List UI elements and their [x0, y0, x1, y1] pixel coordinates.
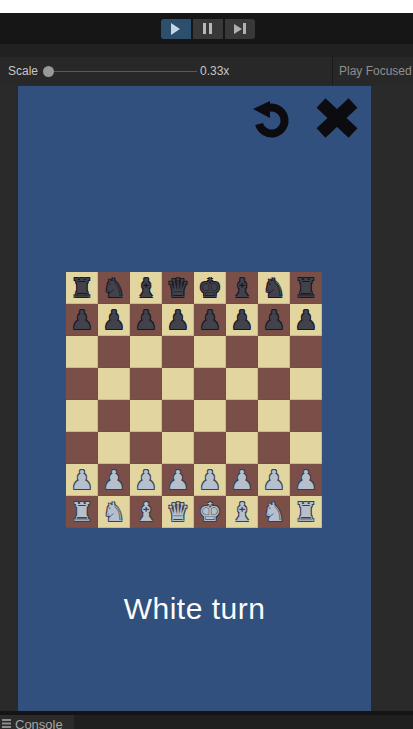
black-rook: ♜	[294, 272, 317, 304]
play-focused-dropdown[interactable]: Play Focused	[339, 64, 412, 78]
black-pawn: ♟	[166, 304, 189, 336]
pause-button[interactable]	[193, 19, 223, 39]
square-g6[interactable]	[258, 336, 290, 368]
square-f5[interactable]	[226, 368, 258, 400]
square-h8[interactable]: ♜	[290, 272, 322, 304]
square-g3[interactable]	[258, 432, 290, 464]
console-tab-label: Console	[15, 717, 63, 729]
square-e2[interactable]: ♟	[194, 464, 226, 496]
square-b3[interactable]	[98, 432, 130, 464]
square-h2[interactable]: ♟	[290, 464, 322, 496]
white-rook: ♜	[294, 496, 317, 528]
white-rook: ♜	[70, 496, 93, 528]
square-b7[interactable]: ♟	[98, 304, 130, 336]
black-pawn: ♟	[230, 304, 253, 336]
square-e5[interactable]	[194, 368, 226, 400]
square-g1[interactable]: ♞	[258, 496, 290, 528]
square-e1[interactable]: ♚	[194, 496, 226, 528]
scale-label: Scale	[8, 64, 38, 78]
tab-header-strip	[0, 44, 413, 57]
toolbar-separator	[332, 57, 333, 85]
game-view-toolbar: Scale 0.33x Play Focused	[0, 57, 413, 85]
step-icon	[234, 23, 246, 34]
white-knight: ♞	[102, 496, 125, 528]
square-d8[interactable]: ♛	[162, 272, 194, 304]
square-c5[interactable]	[130, 368, 162, 400]
square-e8[interactable]: ♚	[194, 272, 226, 304]
window-top-strip	[0, 0, 413, 14]
close-button[interactable]	[314, 94, 360, 142]
black-king: ♚	[198, 272, 221, 304]
square-d7[interactable]: ♟	[162, 304, 194, 336]
square-g7[interactable]: ♟	[258, 304, 290, 336]
console-tab-bar: Console	[0, 715, 413, 729]
turn-status-text: White turn	[18, 592, 371, 626]
square-a2[interactable]: ♟	[66, 464, 98, 496]
black-pawn: ♟	[262, 304, 285, 336]
play-button[interactable]	[161, 19, 191, 39]
square-b5[interactable]	[98, 368, 130, 400]
square-d4[interactable]	[162, 400, 194, 432]
square-a4[interactable]	[66, 400, 98, 432]
white-pawn: ♟	[294, 464, 317, 496]
square-a6[interactable]	[66, 336, 98, 368]
square-g2[interactable]: ♟	[258, 464, 290, 496]
square-c2[interactable]: ♟	[130, 464, 162, 496]
scale-value: 0.33x	[200, 64, 229, 78]
white-pawn: ♟	[198, 464, 221, 496]
square-f3[interactable]	[226, 432, 258, 464]
black-pawn: ♟	[102, 304, 125, 336]
square-b1[interactable]: ♞	[98, 496, 130, 528]
square-e3[interactable]	[194, 432, 226, 464]
square-b2[interactable]: ♟	[98, 464, 130, 496]
black-knight: ♞	[102, 272, 125, 304]
square-a5[interactable]	[66, 368, 98, 400]
square-g8[interactable]: ♞	[258, 272, 290, 304]
white-pawn: ♟	[166, 464, 189, 496]
unity-main-toolbar	[0, 13, 413, 44]
black-pawn: ♟	[70, 304, 93, 336]
pause-icon	[203, 23, 212, 34]
square-e6[interactable]	[194, 336, 226, 368]
step-button[interactable]	[225, 19, 255, 39]
white-queen: ♛	[166, 496, 189, 528]
white-knight: ♞	[262, 496, 285, 528]
white-pawn: ♟	[70, 464, 93, 496]
square-g5[interactable]	[258, 368, 290, 400]
square-f6[interactable]	[226, 336, 258, 368]
square-b8[interactable]: ♞	[98, 272, 130, 304]
square-b6[interactable]	[98, 336, 130, 368]
square-f8[interactable]: ♝	[226, 272, 258, 304]
square-c6[interactable]	[130, 336, 162, 368]
square-c8[interactable]: ♝	[130, 272, 162, 304]
chess-board: ♜♞♝♛♚♝♞♜♟♟♟♟♟♟♟♟♟♟♟♟♟♟♟♟♜♞♝♛♚♝♞♜	[66, 272, 322, 528]
square-c7[interactable]: ♟	[130, 304, 162, 336]
square-e7[interactable]: ♟	[194, 304, 226, 336]
square-h4[interactable]	[290, 400, 322, 432]
square-h1[interactable]: ♜	[290, 496, 322, 528]
black-bishop: ♝	[134, 272, 157, 304]
square-c3[interactable]	[130, 432, 162, 464]
square-d2[interactable]: ♟	[162, 464, 194, 496]
play-icon	[171, 23, 180, 35]
square-h6[interactable]	[290, 336, 322, 368]
console-icon	[2, 719, 11, 728]
undo-button[interactable]	[251, 100, 293, 142]
white-pawn: ♟	[134, 464, 157, 496]
tab-console[interactable]: Console	[0, 715, 74, 729]
square-g4[interactable]	[258, 400, 290, 432]
close-icon	[314, 94, 360, 142]
white-king: ♚	[198, 496, 221, 528]
black-pawn: ♟	[294, 304, 317, 336]
black-pawn: ♟	[134, 304, 157, 336]
square-b4[interactable]	[98, 400, 130, 432]
square-f7[interactable]: ♟	[226, 304, 258, 336]
square-f1[interactable]: ♝	[226, 496, 258, 528]
black-rook: ♜	[70, 272, 93, 304]
square-e4[interactable]	[194, 400, 226, 432]
square-a8[interactable]: ♜	[66, 272, 98, 304]
playback-controls	[161, 19, 255, 39]
square-c4[interactable]	[130, 400, 162, 432]
square-h5[interactable]	[290, 368, 322, 400]
white-bishop: ♝	[230, 496, 253, 528]
square-d1[interactable]: ♛	[162, 496, 194, 528]
undo-icon	[251, 100, 293, 142]
black-pawn: ♟	[198, 304, 221, 336]
square-a7[interactable]: ♟	[66, 304, 98, 336]
scale-slider-handle[interactable]	[43, 66, 54, 77]
scale-slider-track[interactable]	[54, 71, 197, 72]
white-pawn: ♟	[230, 464, 253, 496]
black-queen: ♛	[166, 272, 189, 304]
square-a1[interactable]: ♜	[66, 496, 98, 528]
square-a3[interactable]	[66, 432, 98, 464]
white-bishop: ♝	[134, 496, 157, 528]
square-h3[interactable]	[290, 432, 322, 464]
square-d6[interactable]	[162, 336, 194, 368]
square-c1[interactable]: ♝	[130, 496, 162, 528]
square-f2[interactable]: ♟	[226, 464, 258, 496]
square-d5[interactable]	[162, 368, 194, 400]
square-h7[interactable]: ♟	[290, 304, 322, 336]
black-knight: ♞	[262, 272, 285, 304]
square-f4[interactable]	[226, 400, 258, 432]
black-bishop: ♝	[230, 272, 253, 304]
white-pawn: ♟	[262, 464, 285, 496]
white-pawn: ♟	[102, 464, 125, 496]
game-view: ♜♞♝♛♚♝♞♜♟♟♟♟♟♟♟♟♟♟♟♟♟♟♟♟♜♞♝♛♚♝♞♜ White t…	[18, 86, 371, 711]
square-d3[interactable]	[162, 432, 194, 464]
